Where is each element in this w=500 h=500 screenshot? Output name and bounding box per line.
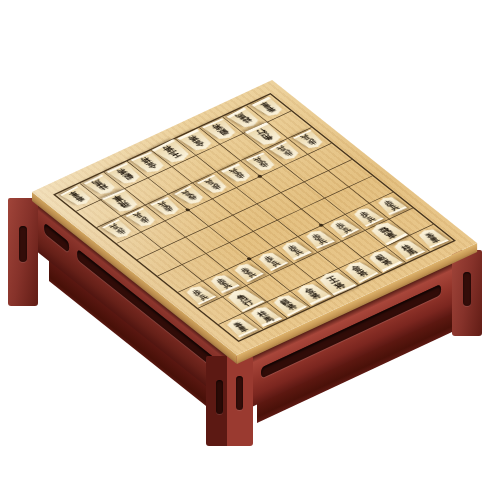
kanji-char: 車 (384, 231, 398, 240)
kanji-char: 将 (333, 281, 348, 290)
leg-slot (19, 226, 27, 262)
kanji-char: 兵 (221, 282, 233, 290)
kanji-char: 将 (309, 292, 323, 300)
kanji-char: 車 (238, 326, 250, 334)
kanji-char: 将 (138, 156, 152, 164)
kanji-char: 行 (254, 127, 268, 136)
kanji-char: 将 (357, 270, 371, 279)
kanji-char: 将 (210, 122, 224, 130)
kanji-char: 兵 (388, 204, 400, 212)
kanji-char: 兵 (364, 215, 376, 223)
kanji-char: 車 (111, 194, 125, 203)
kanji-char: 将 (161, 144, 176, 153)
kanji-char: 兵 (245, 271, 258, 279)
kanji-char: 将 (186, 134, 200, 142)
kanji-char: 車 (258, 101, 270, 109)
leg-slot (216, 380, 223, 414)
kanji-char: 将 (381, 259, 395, 268)
kanji-char: 兵 (316, 238, 328, 246)
kanji-char: 車 (67, 190, 80, 198)
base-leg-front (206, 356, 253, 446)
kanji-char: 兵 (293, 249, 305, 257)
kanji-char: 馬 (405, 248, 418, 256)
base-leg-right (452, 250, 482, 336)
kanji-char: 行 (241, 298, 255, 307)
leg-slot (463, 272, 471, 306)
kanji-char: 将 (286, 303, 300, 312)
kanji-char: 兵 (269, 260, 281, 268)
kanji-char: 兵 (197, 293, 209, 301)
kanji-char: 将 (114, 167, 128, 175)
base-leg-left (8, 198, 38, 306)
kanji-char: 馬 (261, 315, 274, 323)
kanji-char: 兵 (341, 226, 353, 234)
shogi-set-photo: 香車桂馬銀将金将玉将金将銀将桂馬香車飛車角行歩兵歩兵歩兵歩兵歩兵歩兵歩兵歩兵歩兵… (0, 0, 500, 500)
kanji-char: 車 (429, 237, 441, 245)
leg-slot (236, 376, 243, 410)
